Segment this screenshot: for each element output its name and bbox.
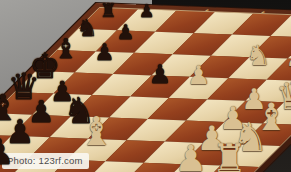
chess-photo: ◆◆◆ ♜♝♛♚♝♞♜♟♟♟♟♟♟♟♞♟♝♟♞♟♟♟♟♟♟♟♜♞♝♛♚♜ Pho…: [0, 0, 291, 172]
photo-credit: Photo: 123rf.com: [2, 153, 89, 169]
